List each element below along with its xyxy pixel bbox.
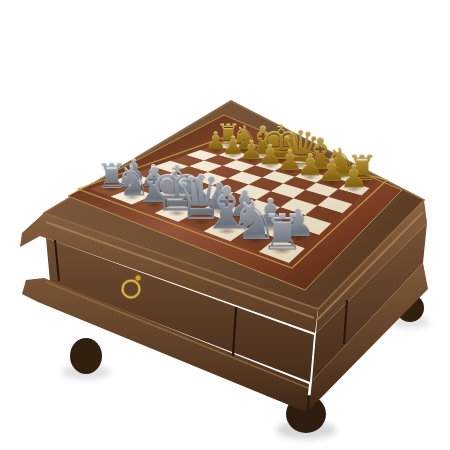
chess-box-scene [0, 0, 450, 450]
bun-foot [70, 338, 102, 374]
chess-set-photo: ♜♞♝♛♚♝♞♜♟♟♟♟♟♟♟♟♟♟♟♟♟♟♟♟♜♞♝♛♚♝♞♜ [0, 0, 450, 450]
